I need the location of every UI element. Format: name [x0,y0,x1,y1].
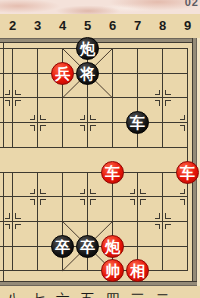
file-label-bottom: 四 [100,286,125,298]
file-label-top-8: 8 [150,16,175,36]
file-label-bottom: 六 [50,286,75,298]
file-label-bottom: 八 [0,286,25,298]
piece-black-chariot[interactable]: 车 [126,111,149,134]
piece-red-chariot[interactable]: 车 [176,161,199,184]
board-grid [0,14,200,298]
clock-readout: 02 [185,0,199,8]
piece-red-chariot[interactable]: 车 [101,161,124,184]
file-label-top-7: 7 [125,16,150,36]
file-label-bottom: 一 [175,286,200,298]
file-label-bottom: 三 [125,286,150,298]
xiangqi-app-window: 02 23456789 八七六五四三二一 炮兵将车车车卒卒炮帅相 [0,0,200,298]
piece-black-general[interactable]: 将 [76,62,99,85]
file-label-bottom: 七 [25,286,50,298]
file-label-bottom: 五 [75,286,100,298]
file-label-top-3: 3 [25,16,50,36]
xiangqi-board[interactable]: 23456789 八七六五四三二一 炮兵将车车车卒卒炮帅相 [0,14,200,298]
file-label-top-5: 5 [75,16,100,36]
file-label-top-9: 9 [175,16,200,36]
piece-red-cannon[interactable]: 炮 [101,235,124,258]
board-frame [0,38,200,286]
piece-black-pawn[interactable]: 卒 [51,235,74,258]
position-markers [5,90,185,230]
file-label-top-6: 6 [100,16,125,36]
file-label-bottom: 二 [150,286,175,298]
piece-black-cannon[interactable]: 炮 [76,37,99,60]
piece-red-pawn[interactable]: 兵 [51,62,74,85]
file-label-top-2: 2 [0,16,25,36]
piece-black-pawn[interactable]: 卒 [76,235,99,258]
window-top-marble-strip: 02 [0,0,200,15]
file-label-top-4: 4 [50,16,75,36]
